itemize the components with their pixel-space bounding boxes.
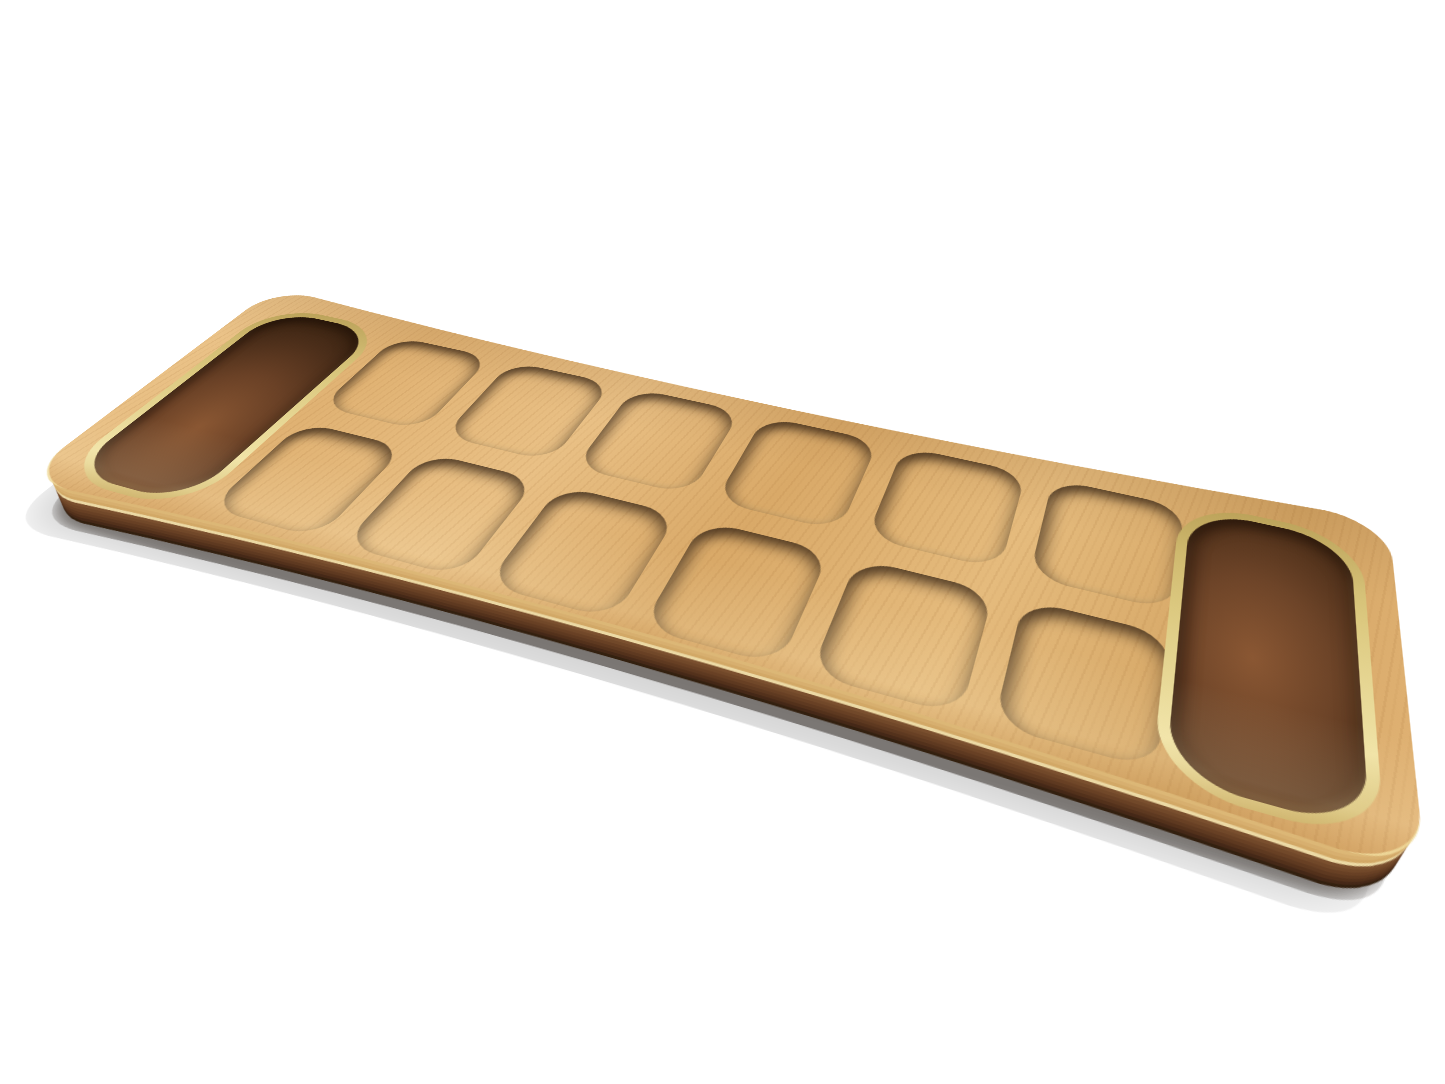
photo-background: { "game": "mancala", "variant": "Kalah —… xyxy=(0,0,1445,1084)
mancala-board xyxy=(40,290,1340,710)
pit-far-6[interactable] xyxy=(1018,472,1194,621)
store-right xyxy=(1151,500,1385,847)
pit-far-5[interactable] xyxy=(855,440,1037,578)
board-top-surface xyxy=(24,289,1426,874)
